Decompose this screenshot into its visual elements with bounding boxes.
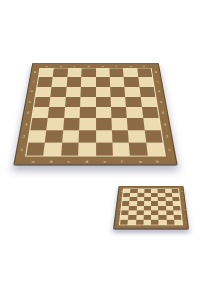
square-h7 xyxy=(138,77,154,86)
square-e7 xyxy=(96,77,111,86)
square-b8 xyxy=(53,68,68,77)
square-a4 xyxy=(32,107,49,118)
square-c1 xyxy=(61,142,79,155)
square-h8 xyxy=(137,68,152,77)
square-d4 xyxy=(80,107,96,118)
file-labels-top: abcdefgh xyxy=(40,64,152,67)
file-labels-bottom: abcdefgh xyxy=(119,226,184,228)
square-b4 xyxy=(48,107,65,118)
square-a2 xyxy=(28,130,46,142)
file-label-c: c xyxy=(65,160,73,163)
square-e6 xyxy=(96,87,111,97)
square-b6 xyxy=(51,87,67,97)
square-c2 xyxy=(62,130,79,142)
file-label-d: d xyxy=(83,160,91,163)
rank-label-8: 8 xyxy=(182,191,183,192)
square-b7 xyxy=(52,77,67,86)
square-a8 xyxy=(39,68,54,77)
square-c7 xyxy=(66,77,81,86)
rank-label-7: 7 xyxy=(182,196,184,197)
square-c8 xyxy=(67,68,82,77)
square-b2 xyxy=(45,130,63,142)
rank-label-4: 4 xyxy=(185,215,187,216)
square-f1 xyxy=(112,142,130,155)
rank-label-8: 8 xyxy=(33,70,37,74)
square-c5 xyxy=(65,97,81,107)
rank-label-7: 7 xyxy=(156,80,160,84)
file-label-g: g xyxy=(136,160,144,163)
rank-label-6: 6 xyxy=(157,89,161,93)
product-image-stage: abcdefghabcdefgh8765432187654321 abcdefg… xyxy=(0,0,200,300)
square-d2 xyxy=(79,130,96,142)
square-f6 xyxy=(110,87,125,97)
square-c1 xyxy=(136,220,144,225)
square-c6 xyxy=(66,87,81,97)
square-c3 xyxy=(63,118,80,130)
square-e2 xyxy=(96,130,113,142)
rank-label-5: 5 xyxy=(184,208,186,209)
rank-label-4: 4 xyxy=(161,110,165,115)
file-label-a: a xyxy=(29,160,37,163)
square-b3 xyxy=(47,118,64,130)
rank-label-3: 3 xyxy=(163,122,167,127)
rank-label-1: 1 xyxy=(19,147,24,153)
rank-label-5: 5 xyxy=(28,100,32,104)
square-h2 xyxy=(144,130,162,142)
rank-label-2: 2 xyxy=(22,134,27,139)
square-d3 xyxy=(79,118,95,130)
square-b1 xyxy=(44,142,62,155)
square-c4 xyxy=(64,107,80,118)
square-d6 xyxy=(81,87,96,97)
rank-label-4: 4 xyxy=(26,110,30,115)
square-d1 xyxy=(78,142,95,155)
square-f8 xyxy=(109,68,124,77)
square-d7 xyxy=(81,77,96,86)
square-e4 xyxy=(96,107,112,118)
square-a7 xyxy=(37,77,53,86)
square-a6 xyxy=(36,87,52,97)
square-e3 xyxy=(96,118,112,130)
chessboard-main-view[interactable]: abcdefghabcdefgh8765432187654321 xyxy=(24,36,167,179)
square-f4 xyxy=(111,107,127,118)
square-g7 xyxy=(124,77,139,86)
file-label-e: e xyxy=(101,160,109,163)
square-h4 xyxy=(142,107,159,118)
file-label-h: h xyxy=(154,160,162,163)
file-label-f: f xyxy=(118,160,126,163)
square-g4 xyxy=(126,107,143,118)
square-h1 xyxy=(146,142,165,155)
square-a5 xyxy=(34,97,51,107)
square-f2 xyxy=(112,130,129,142)
rank-label-1: 1 xyxy=(167,147,172,153)
board-squares xyxy=(119,189,183,226)
rank-label-5: 5 xyxy=(159,100,163,104)
square-a3 xyxy=(30,118,48,130)
square-g3 xyxy=(127,118,144,130)
square-e8 xyxy=(96,68,110,77)
square-e1 xyxy=(96,142,113,155)
board-squares xyxy=(25,68,166,157)
rank-label-6: 6 xyxy=(183,202,185,203)
square-h1 xyxy=(174,220,182,225)
square-h5 xyxy=(140,97,157,107)
square-e5 xyxy=(96,97,111,107)
rank-label-3: 3 xyxy=(185,222,187,224)
square-e1 xyxy=(151,220,159,225)
chessboard: abcdefghabcdefgh8765432187654321 xyxy=(13,63,178,166)
square-g8 xyxy=(123,68,138,77)
square-h3 xyxy=(143,118,161,130)
square-d1 xyxy=(143,220,151,225)
square-f3 xyxy=(111,118,128,130)
square-h6 xyxy=(139,87,155,97)
rank-label-8: 8 xyxy=(154,70,158,74)
square-g6 xyxy=(125,87,141,97)
rank-label-7: 7 xyxy=(32,80,36,84)
chessboard-preview: abcdefghabcdefgh8765432187654321 xyxy=(113,186,189,230)
square-d8 xyxy=(81,68,95,77)
rank-label-2: 2 xyxy=(165,134,170,139)
rank-label-6: 6 xyxy=(30,89,34,93)
file-labels-bottom: abcdefgh xyxy=(24,157,167,162)
square-g5 xyxy=(125,97,141,107)
square-d5 xyxy=(80,97,95,107)
square-g1 xyxy=(129,142,147,155)
square-f7 xyxy=(110,77,125,86)
square-f5 xyxy=(110,97,126,107)
square-a1 xyxy=(26,142,45,155)
file-label-b: b xyxy=(47,160,55,163)
chessboard-thumbnail[interactable]: abcdefghabcdefgh8765432187654321 xyxy=(116,171,186,241)
square-g2 xyxy=(128,130,146,142)
square-b5 xyxy=(49,97,65,107)
rank-label-3: 3 xyxy=(24,122,28,127)
